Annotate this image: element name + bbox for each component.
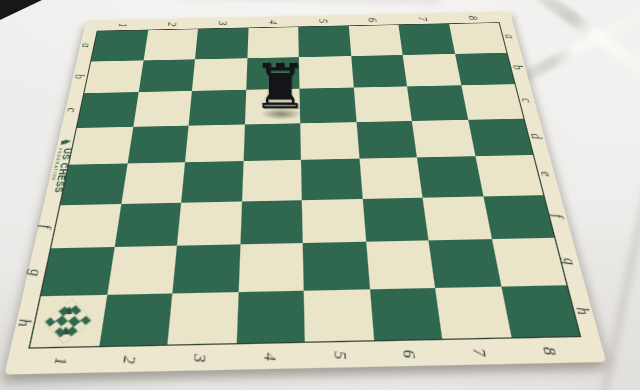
square-g8[interactable]	[491, 238, 566, 286]
square-h8[interactable]	[501, 285, 580, 338]
cloth-wrinkle	[180, 0, 440, 7]
square-e7[interactable]	[417, 156, 483, 197]
square-a8[interactable]	[449, 23, 507, 54]
square-g4[interactable]	[238, 243, 304, 292]
square-a7[interactable]	[398, 24, 454, 55]
square-b7[interactable]	[403, 54, 461, 87]
square-b1[interactable]	[84, 60, 143, 93]
file-label-left-f: f	[38, 225, 55, 229]
square-f7[interactable]	[422, 196, 491, 240]
square-c8[interactable]	[461, 84, 524, 119]
square-e3[interactable]	[181, 161, 243, 202]
square-f4[interactable]	[240, 200, 303, 245]
square-b3[interactable]	[192, 58, 247, 91]
square-a3[interactable]	[195, 28, 248, 59]
file-label-left-g: g	[27, 269, 45, 276]
checkered-diamond-knights-emblem: ♞ ♞	[28, 295, 106, 349]
square-a6[interactable]	[348, 25, 402, 56]
square-a1[interactable]	[91, 30, 148, 61]
file-label-left-a: a	[80, 43, 94, 48]
file-label-left-h: h	[16, 318, 35, 326]
file-label-right-g: g	[561, 258, 580, 265]
square-f8[interactable]	[483, 195, 554, 239]
rank-label-top-7: 7	[416, 16, 430, 20]
square-d5[interactable]	[300, 122, 359, 160]
square-f1[interactable]	[51, 204, 121, 249]
rank-label-top-3: 3	[216, 21, 229, 26]
file-label-left-b: b	[72, 74, 87, 79]
square-f3[interactable]	[177, 201, 242, 246]
file-label-right-f: f	[549, 214, 566, 218]
square-d8[interactable]	[468, 118, 533, 156]
file-label-right-b: b	[511, 65, 526, 70]
square-g5[interactable]	[303, 242, 370, 290]
square-g7[interactable]	[428, 239, 500, 287]
file-label-left-c: c	[65, 108, 80, 113]
emblem-knight-icon: ♞	[63, 306, 76, 317]
square-g3[interactable]	[172, 244, 239, 293]
rank-label-bottom-8: 8	[540, 346, 560, 355]
square-b8[interactable]	[454, 52, 514, 85]
rank-label-bottom-3: 3	[191, 353, 210, 362]
square-h2[interactable]	[99, 293, 173, 346]
emblem-knight-icon: ♞	[60, 325, 73, 336]
square-e8[interactable]	[475, 155, 543, 196]
rank-label-top-4: 4	[266, 19, 279, 24]
square-g6[interactable]	[366, 240, 435, 288]
rank-label-bottom-4: 4	[261, 352, 279, 361]
square-d4[interactable]	[243, 123, 301, 161]
square-h3[interactable]	[167, 292, 238, 345]
square-e6[interactable]	[359, 157, 423, 198]
square-d7[interactable]	[412, 119, 475, 157]
rank-label-top-8: 8	[466, 15, 480, 19]
square-d6[interactable]	[356, 121, 417, 159]
rank-label-bottom-1: 1	[51, 356, 71, 365]
rank-label-bottom-2: 2	[121, 355, 140, 364]
square-h4[interactable]	[236, 290, 305, 343]
square-d1[interactable]	[69, 126, 133, 164]
rank-label-bottom-5: 5	[331, 350, 350, 359]
file-label-right-d: d	[528, 133, 544, 139]
square-e4[interactable]	[241, 160, 301, 201]
square-d2[interactable]	[127, 125, 189, 163]
square-b6[interactable]	[351, 55, 407, 88]
square-c6[interactable]	[353, 86, 412, 121]
square-b2[interactable]	[138, 59, 195, 92]
square-g2[interactable]	[107, 246, 177, 295]
square-c3[interactable]	[189, 90, 246, 125]
rank-label-top-5: 5	[316, 18, 329, 23]
rank-label-top-6: 6	[366, 17, 380, 21]
square-e1[interactable]	[61, 163, 128, 204]
square-e2[interactable]	[121, 162, 185, 203]
dark-corner-object	[0, 0, 42, 20]
table-cloth: 12345678 12345678 abcfgh abcdefgh ♞ US C…	[0, 0, 640, 390]
square-h5[interactable]	[304, 289, 374, 342]
square-c7[interactable]	[407, 85, 468, 120]
square-e5[interactable]	[301, 159, 362, 200]
square-h7[interactable]	[435, 286, 511, 339]
square-a2[interactable]	[143, 29, 198, 60]
black-rook[interactable]: ♜	[249, 54, 311, 120]
square-c2[interactable]	[133, 91, 192, 126]
file-label-right-e: e	[538, 172, 555, 178]
square-c1[interactable]	[77, 92, 138, 128]
square-f6[interactable]	[362, 197, 428, 242]
file-label-right-h: h	[573, 307, 593, 315]
square-g1[interactable]	[41, 247, 114, 296]
diamond-checker-icon: ♞ ♞	[43, 300, 93, 344]
square-d3[interactable]	[185, 124, 244, 162]
square-f5[interactable]	[302, 198, 366, 243]
file-label-right-a: a	[503, 34, 518, 39]
rank-label-bottom-7: 7	[470, 347, 490, 356]
square-h6[interactable]	[369, 287, 442, 340]
rank-label-bottom-6: 6	[400, 349, 419, 358]
rank-label-top-1: 1	[116, 23, 130, 28]
rank-label-top-2: 2	[166, 22, 180, 27]
square-f2[interactable]	[114, 202, 181, 247]
file-label-right-c: c	[519, 98, 535, 103]
